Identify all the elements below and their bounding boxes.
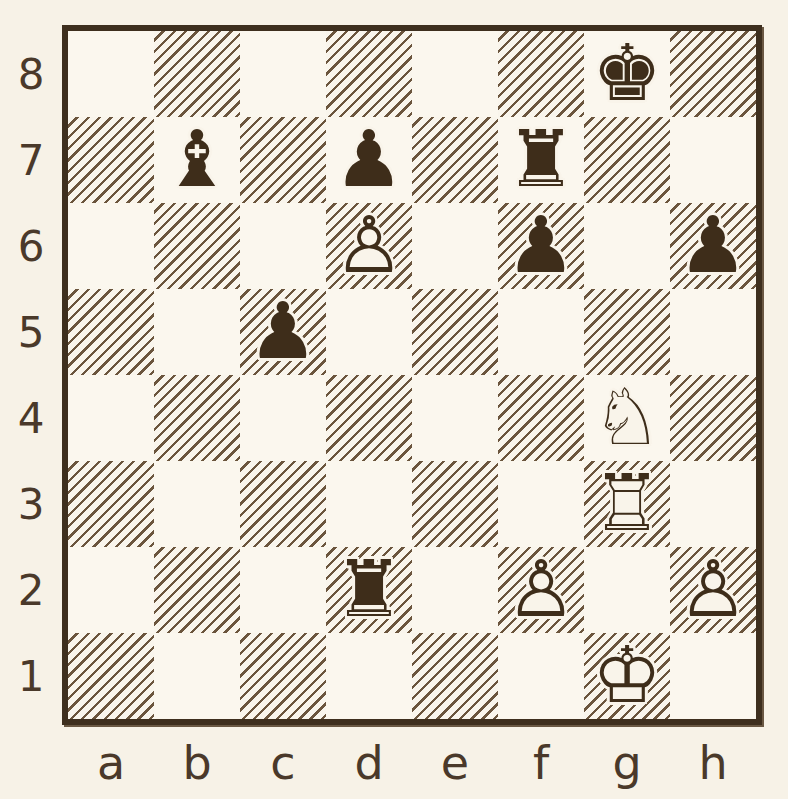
piece-black-rook: ♜ (498, 117, 584, 203)
square-e4[interactable] (412, 375, 498, 461)
rank-label-8: 8 (8, 31, 54, 117)
piece-white-pawn: ♙ (326, 203, 412, 289)
square-b1[interactable] (154, 633, 240, 719)
square-a8[interactable] (68, 31, 154, 117)
file-label-a: a (68, 733, 154, 793)
square-g2[interactable] (584, 547, 670, 633)
square-b7[interactable]: ♝ (154, 117, 240, 203)
square-h4[interactable] (670, 375, 756, 461)
square-f3[interactable] (498, 461, 584, 547)
square-a6[interactable] (68, 203, 154, 289)
square-a5[interactable] (68, 289, 154, 375)
square-d2[interactable]: ♜ (326, 547, 412, 633)
square-e2[interactable] (412, 547, 498, 633)
file-label-f: f (498, 733, 584, 793)
square-b5[interactable] (154, 289, 240, 375)
square-e3[interactable] (412, 461, 498, 547)
square-e1[interactable] (412, 633, 498, 719)
rank-labels: 87654321 (8, 31, 54, 719)
piece-black-pawn: ♟ (670, 203, 756, 289)
square-e8[interactable] (412, 31, 498, 117)
square-h7[interactable] (670, 117, 756, 203)
square-d8[interactable] (326, 31, 412, 117)
square-g1[interactable]: ♚♔ (584, 633, 670, 719)
piece-white-rook: ♖ (584, 461, 670, 547)
square-d4[interactable] (326, 375, 412, 461)
file-label-e: e (412, 733, 498, 793)
square-c3[interactable] (240, 461, 326, 547)
square-e6[interactable] (412, 203, 498, 289)
square-b3[interactable] (154, 461, 240, 547)
square-b6[interactable] (154, 203, 240, 289)
square-h2[interactable]: ♟♙ (670, 547, 756, 633)
square-d5[interactable] (326, 289, 412, 375)
rank-label-1: 1 (8, 633, 54, 719)
square-h1[interactable] (670, 633, 756, 719)
rank-label-7: 7 (8, 117, 54, 203)
chess-board: ♚♝♟♜♟♙♟♟♟♞♘♜♖♜♟♙♟♙♚♔ (62, 25, 762, 725)
rank-label-6: 6 (8, 203, 54, 289)
square-a1[interactable] (68, 633, 154, 719)
square-c2[interactable] (240, 547, 326, 633)
piece-black-king: ♚ (584, 31, 670, 117)
piece-black-bishop: ♝ (154, 117, 240, 203)
piece-black-pawn: ♟ (498, 203, 584, 289)
square-d7[interactable]: ♟ (326, 117, 412, 203)
rank-label-5: 5 (8, 289, 54, 375)
square-f6[interactable]: ♟ (498, 203, 584, 289)
square-a3[interactable] (68, 461, 154, 547)
square-h8[interactable] (670, 31, 756, 117)
square-d1[interactable] (326, 633, 412, 719)
square-a4[interactable] (68, 375, 154, 461)
square-h6[interactable]: ♟ (670, 203, 756, 289)
square-a7[interactable] (68, 117, 154, 203)
rank-label-2: 2 (8, 547, 54, 633)
file-label-h: h (670, 733, 756, 793)
file-label-b: b (154, 733, 240, 793)
square-c8[interactable] (240, 31, 326, 117)
square-f1[interactable] (498, 633, 584, 719)
square-g8[interactable]: ♚ (584, 31, 670, 117)
square-f4[interactable] (498, 375, 584, 461)
file-label-g: g (584, 733, 670, 793)
square-c1[interactable] (240, 633, 326, 719)
rank-label-4: 4 (8, 375, 54, 461)
square-h3[interactable] (670, 461, 756, 547)
square-f5[interactable] (498, 289, 584, 375)
square-g6[interactable] (584, 203, 670, 289)
square-e5[interactable] (412, 289, 498, 375)
file-label-c: c (240, 733, 326, 793)
square-h5[interactable] (670, 289, 756, 375)
piece-white-pawn: ♙ (670, 547, 756, 633)
square-g3[interactable]: ♜♖ (584, 461, 670, 547)
square-g5[interactable] (584, 289, 670, 375)
square-c6[interactable] (240, 203, 326, 289)
file-labels: abcdefgh (68, 733, 756, 793)
square-f2[interactable]: ♟♙ (498, 547, 584, 633)
square-c7[interactable] (240, 117, 326, 203)
square-d3[interactable] (326, 461, 412, 547)
chess-diagram-page: 87654321 ♚♝♟♜♟♙♟♟♟♞♘♜♖♜♟♙♟♙♚♔ abcdefgh (0, 0, 788, 799)
square-b2[interactable] (154, 547, 240, 633)
piece-white-pawn: ♙ (498, 547, 584, 633)
piece-white-knight: ♘ (584, 375, 670, 461)
piece-black-pawn: ♟ (240, 289, 326, 375)
piece-black-pawn: ♟ (326, 117, 412, 203)
square-g4[interactable]: ♞♘ (584, 375, 670, 461)
square-g7[interactable] (584, 117, 670, 203)
file-label-d: d (326, 733, 412, 793)
square-c5[interactable]: ♟ (240, 289, 326, 375)
square-f8[interactable] (498, 31, 584, 117)
piece-white-king: ♔ (584, 633, 670, 719)
square-b4[interactable] (154, 375, 240, 461)
square-b8[interactable] (154, 31, 240, 117)
square-f7[interactable]: ♜ (498, 117, 584, 203)
square-a2[interactable] (68, 547, 154, 633)
rank-label-3: 3 (8, 461, 54, 547)
square-e7[interactable] (412, 117, 498, 203)
square-d6[interactable]: ♟♙ (326, 203, 412, 289)
square-c4[interactable] (240, 375, 326, 461)
piece-black-rook: ♜ (326, 547, 412, 633)
